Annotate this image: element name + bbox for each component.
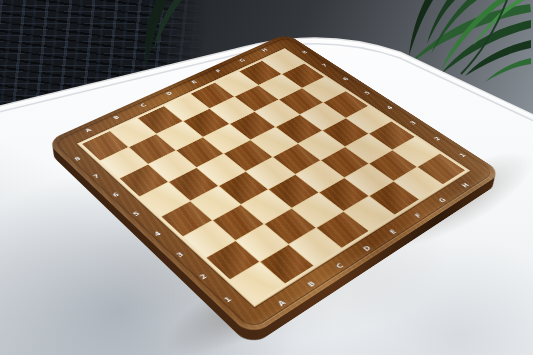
square-a3 <box>183 221 234 257</box>
square-c5 <box>198 154 245 185</box>
square-c4 <box>219 171 267 203</box>
square-f1 <box>369 182 418 215</box>
square-f2 <box>345 164 393 196</box>
square-b4 <box>191 186 240 220</box>
square-d3 <box>269 175 318 208</box>
product-photo-scene: ABCDEFGH ABCDEFGH 87654321 87654321 <box>0 0 533 355</box>
square-g1 <box>394 167 442 199</box>
square-d1 <box>317 212 368 248</box>
square-d2 <box>293 193 343 227</box>
square-b3 <box>213 205 263 240</box>
square-a6 <box>120 165 168 197</box>
square-b2 <box>236 224 288 261</box>
square-b1 <box>261 245 314 284</box>
square-a5 <box>140 183 189 216</box>
square-c2 <box>265 208 316 243</box>
square-e3 <box>295 161 343 192</box>
square-c1 <box>289 228 341 265</box>
square-d4 <box>246 157 294 188</box>
square-a2 <box>206 241 259 279</box>
square-e1 <box>344 197 394 231</box>
square-b5 <box>169 168 217 200</box>
square-c3 <box>242 190 292 224</box>
square-a1 <box>230 262 284 302</box>
square-e2 <box>319 178 368 211</box>
square-b6 <box>149 151 196 182</box>
square-a4 <box>161 201 211 236</box>
